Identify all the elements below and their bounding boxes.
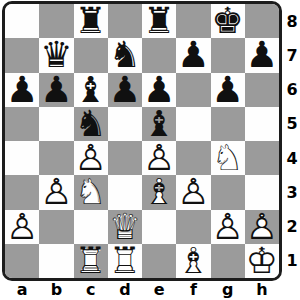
square-h1[interactable]: ♚♔ — [245, 244, 279, 278]
square-f2[interactable] — [176, 210, 210, 244]
white-piece-fill: ♞ — [75, 177, 107, 209]
white-piece-fill: ♜ — [75, 245, 107, 277]
square-f1[interactable]: ♝♗ — [176, 244, 210, 278]
square-c6[interactable]: ♝ — [74, 73, 108, 107]
black-piece-glyph: ♞ — [108, 38, 142, 72]
white-piece-fill: ♝ — [178, 245, 210, 277]
square-d2[interactable]: ♛♕ — [108, 210, 142, 244]
piece-black-pawn-d6: ♟ — [108, 73, 142, 107]
file-label-d: d — [108, 280, 142, 298]
white-piece-fill: ♝ — [143, 177, 175, 209]
square-g8[interactable]: ♚ — [211, 4, 245, 38]
white-piece-outline: ♖ — [108, 244, 142, 278]
square-b2[interactable] — [39, 210, 73, 244]
rank-label-8: 8 — [284, 4, 300, 38]
square-f3[interactable]: ♟♙ — [176, 175, 210, 209]
square-b5[interactable] — [39, 107, 73, 141]
square-a4[interactable] — [5, 141, 39, 175]
square-a6[interactable]: ♟ — [5, 73, 39, 107]
white-piece-outline: ♕ — [108, 210, 142, 244]
piece-white-king-h1: ♚♔ — [245, 244, 279, 278]
square-e2[interactable] — [142, 210, 176, 244]
square-e8[interactable]: ♜ — [142, 4, 176, 38]
black-piece-glyph: ♚ — [211, 4, 245, 38]
square-d3[interactable] — [108, 175, 142, 209]
white-piece-outline: ♗ — [142, 175, 176, 209]
piece-black-pawn-f7: ♟ — [176, 38, 210, 72]
piece-black-knight-d7: ♞ — [108, 38, 142, 72]
white-piece-outline: ♖ — [74, 244, 108, 278]
white-piece-outline: ♙ — [74, 141, 108, 175]
square-c5[interactable]: ♞ — [74, 107, 108, 141]
square-b4[interactable] — [39, 141, 73, 175]
file-labels: abcdefgh — [5, 280, 279, 298]
square-f6[interactable] — [176, 73, 210, 107]
black-piece-glyph: ♜ — [74, 4, 108, 38]
white-piece-outline: ♘ — [211, 141, 245, 175]
square-d7[interactable]: ♞ — [108, 38, 142, 72]
square-d6[interactable]: ♟ — [108, 73, 142, 107]
piece-white-pawn-e4: ♟♙ — [142, 141, 176, 175]
piece-black-knight-c5: ♞ — [74, 107, 108, 141]
square-d8[interactable] — [108, 4, 142, 38]
square-c2[interactable] — [74, 210, 108, 244]
white-piece-fill: ♟ — [178, 177, 210, 209]
square-e5[interactable]: ♝ — [142, 107, 176, 141]
square-e3[interactable]: ♝♗ — [142, 175, 176, 209]
piece-white-bishop-e3: ♝♗ — [142, 175, 176, 209]
piece-white-knight-c3: ♞♘ — [74, 175, 108, 209]
black-piece-glyph: ♝ — [74, 73, 108, 107]
square-f8[interactable] — [176, 4, 210, 38]
square-g7[interactable] — [211, 38, 245, 72]
rank-label-4: 4 — [284, 141, 300, 175]
white-piece-fill: ♟ — [6, 211, 38, 243]
white-piece-fill: ♛ — [109, 211, 141, 243]
piece-black-rook-c8: ♜ — [74, 4, 108, 38]
square-h2[interactable]: ♟♙ — [245, 210, 279, 244]
square-f4[interactable] — [176, 141, 210, 175]
rank-label-2: 2 — [284, 210, 300, 244]
square-g6[interactable]: ♟ — [211, 73, 245, 107]
white-piece-fill: ♟ — [246, 211, 278, 243]
square-a5[interactable] — [5, 107, 39, 141]
white-piece-outline: ♙ — [245, 210, 279, 244]
white-piece-outline: ♙ — [142, 141, 176, 175]
white-piece-fill: ♟ — [212, 211, 244, 243]
square-c4[interactable]: ♟♙ — [74, 141, 108, 175]
piece-black-king-g8: ♚ — [211, 4, 245, 38]
square-e1[interactable] — [142, 244, 176, 278]
white-piece-outline: ♔ — [245, 244, 279, 278]
black-piece-glyph: ♟ — [39, 73, 73, 107]
file-label-f: f — [176, 280, 210, 298]
square-c1[interactable]: ♜♖ — [74, 244, 108, 278]
piece-white-pawn-h2: ♟♙ — [245, 210, 279, 244]
square-h5[interactable] — [245, 107, 279, 141]
black-piece-glyph: ♟ — [5, 73, 39, 107]
piece-white-queen-d2: ♛♕ — [108, 210, 142, 244]
square-d5[interactable] — [108, 107, 142, 141]
white-piece-outline: ♙ — [176, 175, 210, 209]
square-b3[interactable]: ♟♙ — [39, 175, 73, 209]
square-b6[interactable]: ♟ — [39, 73, 73, 107]
black-piece-glyph: ♟ — [211, 73, 245, 107]
piece-white-rook-c1: ♜♖ — [74, 244, 108, 278]
square-f5[interactable] — [176, 107, 210, 141]
square-g1[interactable] — [211, 244, 245, 278]
square-h8[interactable] — [245, 4, 279, 38]
white-piece-outline: ♗ — [176, 244, 210, 278]
white-piece-fill: ♚ — [246, 245, 278, 277]
white-piece-fill: ♟ — [41, 177, 73, 209]
white-piece-outline: ♘ — [74, 175, 108, 209]
square-g4[interactable]: ♞♘ — [211, 141, 245, 175]
piece-black-rook-e8: ♜ — [142, 4, 176, 38]
rank-label-6: 6 — [284, 73, 300, 107]
square-b8[interactable] — [39, 4, 73, 38]
piece-black-pawn-h7: ♟ — [245, 38, 279, 72]
square-a8[interactable] — [5, 4, 39, 38]
square-h7[interactable]: ♟ — [245, 38, 279, 72]
black-piece-glyph: ♜ — [142, 4, 176, 38]
piece-black-pawn-b6: ♟ — [39, 73, 73, 107]
piece-black-queen-b7: ♛ — [39, 38, 73, 72]
square-h3[interactable] — [245, 175, 279, 209]
white-piece-outline: ♙ — [211, 210, 245, 244]
white-piece-fill: ♟ — [143, 142, 175, 174]
square-d4[interactable] — [108, 141, 142, 175]
rank-label-7: 7 — [284, 38, 300, 72]
white-piece-fill: ♜ — [109, 245, 141, 277]
piece-white-pawn-b3: ♟♙ — [39, 175, 73, 209]
square-b1[interactable] — [39, 244, 73, 278]
rank-labels: 87654321 — [284, 4, 300, 278]
file-label-h: h — [245, 280, 279, 298]
chess-board-frame: ♜♜♚♛♞♟♟♟♟♝♟♟♟♞♝♟♙♟♙♞♘♟♙♞♘♝♗♟♙♟♙♛♕♟♙♟♙♜♖♜… — [2, 1, 282, 281]
black-piece-glyph: ♟ — [142, 73, 176, 107]
black-piece-glyph: ♝ — [142, 107, 176, 141]
piece-white-rook-d1: ♜♖ — [108, 244, 142, 278]
piece-white-pawn-a2: ♟♙ — [5, 210, 39, 244]
file-label-b: b — [39, 280, 73, 298]
square-g3[interactable] — [211, 175, 245, 209]
piece-black-bishop-e5: ♝ — [142, 107, 176, 141]
file-label-g: g — [211, 280, 245, 298]
square-a2[interactable]: ♟♙ — [5, 210, 39, 244]
square-e6[interactable]: ♟ — [142, 73, 176, 107]
piece-white-pawn-g2: ♟♙ — [211, 210, 245, 244]
white-piece-outline: ♙ — [39, 175, 73, 209]
piece-black-pawn-e6: ♟ — [142, 73, 176, 107]
piece-black-pawn-a6: ♟ — [5, 73, 39, 107]
file-label-e: e — [142, 280, 176, 298]
piece-white-pawn-c4: ♟♙ — [74, 141, 108, 175]
piece-white-knight-g4: ♞♘ — [211, 141, 245, 175]
square-c7[interactable] — [74, 38, 108, 72]
rank-label-5: 5 — [284, 107, 300, 141]
white-piece-fill: ♟ — [75, 142, 107, 174]
square-h6[interactable] — [245, 73, 279, 107]
square-e4[interactable]: ♟♙ — [142, 141, 176, 175]
black-piece-glyph: ♛ — [39, 38, 73, 72]
square-c8[interactable]: ♜ — [74, 4, 108, 38]
rank-label-3: 3 — [284, 175, 300, 209]
rank-label-1: 1 — [284, 244, 300, 278]
white-piece-fill: ♞ — [212, 142, 244, 174]
square-b7[interactable]: ♛ — [39, 38, 73, 72]
square-g2[interactable]: ♟♙ — [211, 210, 245, 244]
piece-white-bishop-f1: ♝♗ — [176, 244, 210, 278]
white-piece-outline: ♙ — [5, 210, 39, 244]
square-h4[interactable] — [245, 141, 279, 175]
black-piece-glyph: ♟ — [245, 38, 279, 72]
black-piece-glyph: ♞ — [74, 107, 108, 141]
square-d1[interactable]: ♜♖ — [108, 244, 142, 278]
piece-black-pawn-g6: ♟ — [211, 73, 245, 107]
square-f7[interactable]: ♟ — [176, 38, 210, 72]
piece-black-bishop-c6: ♝ — [74, 73, 108, 107]
square-a7[interactable] — [5, 38, 39, 72]
file-label-a: a — [5, 280, 39, 298]
black-piece-glyph: ♟ — [108, 73, 142, 107]
chess-board: ♜♜♚♛♞♟♟♟♟♝♟♟♟♞♝♟♙♟♙♞♘♟♙♞♘♝♗♟♙♟♙♛♕♟♙♟♙♜♖♜… — [5, 4, 279, 278]
square-a3[interactable] — [5, 175, 39, 209]
square-a1[interactable] — [5, 244, 39, 278]
square-e7[interactable] — [142, 38, 176, 72]
square-g5[interactable] — [211, 107, 245, 141]
file-label-c: c — [74, 280, 108, 298]
black-piece-glyph: ♟ — [176, 38, 210, 72]
square-c3[interactable]: ♞♘ — [74, 175, 108, 209]
piece-white-pawn-f3: ♟♙ — [176, 175, 210, 209]
